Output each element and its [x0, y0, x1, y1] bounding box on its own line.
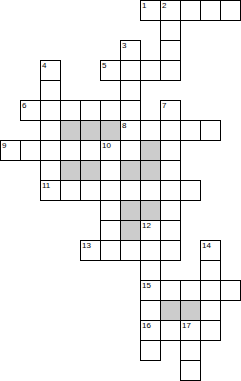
letter-cell[interactable] [40, 120, 61, 141]
letter-cell[interactable]: 4 [40, 60, 61, 81]
clue-number: 4 [42, 61, 46, 70]
letter-cell[interactable]: 5 [100, 60, 121, 81]
letter-cell[interactable] [100, 200, 121, 221]
letter-cell[interactable] [180, 340, 201, 361]
letter-cell[interactable] [80, 140, 101, 161]
letter-cell[interactable] [140, 260, 161, 281]
letter-cell[interactable] [200, 300, 221, 321]
letter-cell[interactable] [160, 120, 181, 141]
letter-cell[interactable]: 17 [180, 320, 201, 341]
letter-cell[interactable] [80, 100, 101, 121]
letter-cell[interactable]: 12 [140, 220, 161, 241]
clue-number: 3 [122, 41, 126, 50]
letter-cell[interactable]: 2 [160, 0, 181, 21]
blocked-cell [180, 300, 201, 321]
letter-cell[interactable] [140, 240, 161, 261]
letter-cell[interactable] [120, 240, 141, 261]
letter-cell[interactable]: 7 [160, 100, 181, 121]
letter-cell[interactable] [200, 0, 221, 21]
letter-cell[interactable] [100, 160, 121, 181]
letter-cell[interactable] [40, 140, 61, 161]
letter-cell[interactable] [80, 180, 101, 201]
letter-cell[interactable] [140, 340, 161, 361]
letter-cell[interactable] [40, 160, 61, 181]
letter-cell[interactable] [180, 0, 201, 21]
letter-cell[interactable] [100, 220, 121, 241]
letter-cell[interactable] [200, 320, 221, 341]
letter-cell[interactable] [120, 100, 141, 121]
letter-cell[interactable]: 15 [140, 280, 161, 301]
letter-cell[interactable] [160, 40, 181, 61]
clue-number: 11 [42, 181, 50, 190]
letter-cell[interactable] [180, 360, 201, 381]
letter-cell[interactable] [200, 260, 221, 281]
letter-cell[interactable] [160, 200, 181, 221]
letter-cell[interactable] [100, 180, 121, 201]
letter-cell[interactable] [160, 280, 181, 301]
clue-number: 17 [182, 321, 191, 330]
letter-cell[interactable] [160, 240, 181, 261]
clue-number: 7 [162, 101, 166, 110]
letter-cell[interactable] [140, 120, 161, 141]
letter-cell[interactable] [160, 20, 181, 41]
clue-number: 6 [22, 101, 26, 110]
letter-cell[interactable] [140, 60, 161, 81]
letter-cell[interactable]: 9 [0, 140, 21, 161]
clue-number: 5 [102, 61, 106, 70]
clue-number: 2 [162, 1, 166, 10]
blocked-cell [60, 120, 81, 141]
letter-cell[interactable] [160, 160, 181, 181]
letter-cell[interactable] [60, 100, 81, 121]
letter-cell[interactable]: 13 [80, 240, 101, 261]
letter-cell[interactable] [20, 140, 41, 161]
clue-number: 15 [142, 281, 151, 290]
letter-cell[interactable]: 16 [140, 320, 161, 341]
letter-cell[interactable] [120, 80, 141, 101]
blocked-cell [140, 160, 161, 181]
blocked-cell [100, 120, 121, 141]
blocked-cell [80, 160, 101, 181]
blocked-cell [60, 160, 81, 181]
letter-cell[interactable] [180, 120, 201, 141]
letter-cell[interactable]: 8 [120, 120, 141, 141]
letter-cell[interactable] [100, 240, 121, 261]
letter-cell[interactable] [160, 180, 181, 201]
clue-number: 16 [142, 321, 151, 330]
letter-cell[interactable] [220, 0, 241, 21]
letter-cell[interactable] [180, 180, 201, 201]
letter-cell[interactable] [200, 280, 221, 301]
clue-number: 10 [102, 141, 111, 150]
letter-cell[interactable] [160, 60, 181, 81]
letter-cell[interactable]: 10 [100, 140, 121, 161]
letter-cell[interactable]: 1 [140, 0, 161, 21]
letter-cell[interactable] [40, 100, 61, 121]
letter-cell[interactable]: 11 [40, 180, 61, 201]
letter-cell[interactable] [120, 180, 141, 201]
clue-number: 8 [122, 121, 126, 130]
letter-cell[interactable]: 6 [20, 100, 41, 121]
letter-cell[interactable] [120, 140, 141, 161]
clue-number: 9 [2, 141, 6, 150]
clue-number: 1 [142, 1, 146, 10]
letter-cell[interactable] [160, 220, 181, 241]
clue-number: 13 [82, 241, 91, 250]
crossword-grid: 1234567891011121314151617 [0, 0, 241, 381]
letter-cell[interactable]: 3 [120, 40, 141, 61]
blocked-cell [120, 220, 141, 241]
blocked-cell [120, 160, 141, 181]
letter-cell[interactable] [100, 100, 121, 121]
clue-number: 14 [202, 241, 211, 250]
letter-cell[interactable]: 14 [200, 240, 221, 261]
clue-number: 12 [142, 221, 151, 230]
letter-cell[interactable] [140, 300, 161, 321]
blocked-cell [160, 300, 181, 321]
letter-cell[interactable] [60, 180, 81, 201]
letter-cell[interactable] [40, 80, 61, 101]
letter-cell[interactable] [200, 120, 221, 141]
letter-cell[interactable] [220, 280, 241, 301]
letter-cell[interactable] [60, 140, 81, 161]
letter-cell[interactable] [160, 320, 181, 341]
blocked-cell [80, 120, 101, 141]
letter-cell[interactable] [180, 280, 201, 301]
blocked-cell [120, 200, 141, 221]
letter-cell[interactable] [140, 180, 161, 201]
letter-cell[interactable] [120, 60, 141, 81]
letter-cell[interactable] [160, 140, 181, 161]
blocked-cell [140, 200, 161, 221]
blocked-cell [140, 140, 161, 161]
